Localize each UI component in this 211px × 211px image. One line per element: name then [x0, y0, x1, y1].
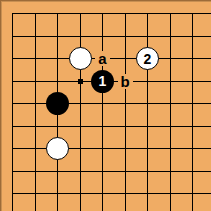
star-point-marker	[78, 79, 83, 84]
grid-line-vertical	[35, 13, 36, 211]
stone-move-number: 1	[99, 74, 107, 88]
grid-line-vertical	[80, 13, 81, 211]
grid-line-horizontal	[12, 148, 211, 149]
grid-line-horizontal	[12, 171, 211, 172]
grid-line-vertical	[192, 13, 193, 211]
point-label-b: b	[118, 74, 133, 89]
grid-line-vertical	[102, 13, 103, 211]
grid-line-vertical	[12, 13, 13, 211]
grid-line-vertical	[125, 13, 126, 211]
grid-line-horizontal	[12, 193, 211, 194]
grid-line-horizontal	[12, 58, 211, 59]
grid-line-horizontal	[12, 126, 211, 127]
grid-line-vertical	[170, 13, 171, 211]
grid-line-horizontal	[12, 36, 211, 37]
stone-white-2: 2	[136, 47, 159, 70]
grid-line-vertical	[147, 13, 148, 211]
stone-white	[69, 47, 92, 70]
go-board: ab21	[0, 0, 211, 211]
stone-move-number: 2	[144, 52, 152, 66]
stone-black-1: 1	[91, 70, 114, 93]
grid-line-horizontal	[12, 13, 211, 14]
stone-black	[46, 92, 69, 115]
stone-white	[46, 137, 69, 160]
grid-line-horizontal	[12, 103, 211, 104]
point-label-a: a	[95, 51, 110, 66]
